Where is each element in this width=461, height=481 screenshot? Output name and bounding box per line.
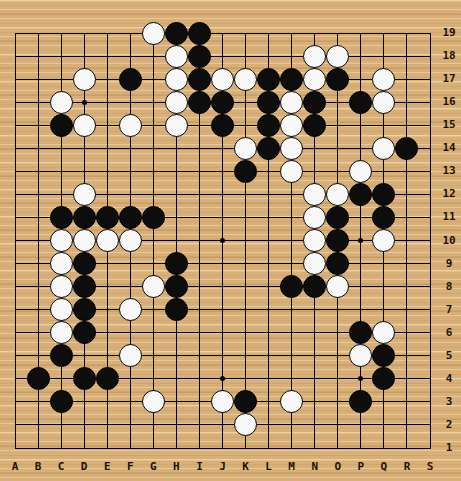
column-label-F: F: [120, 460, 140, 473]
stone-white-H17[interactable]: [165, 68, 188, 91]
column-label-O: O: [328, 460, 348, 473]
stone-white-H15[interactable]: [165, 114, 188, 137]
star-point-J10: [220, 238, 225, 243]
stone-black-L14[interactable]: [257, 137, 280, 160]
stone-black-E4[interactable]: [96, 367, 119, 390]
stone-white-Q6[interactable]: [372, 321, 395, 344]
stone-white-D15[interactable]: [73, 114, 96, 137]
stone-white-H18[interactable]: [165, 45, 188, 68]
stone-black-P16[interactable]: [349, 91, 372, 114]
stone-black-Q11[interactable]: [372, 206, 395, 229]
stone-black-O17[interactable]: [326, 68, 349, 91]
star-point-P10: [358, 238, 363, 243]
stone-white-Q16[interactable]: [372, 91, 395, 114]
stone-black-P6[interactable]: [349, 321, 372, 344]
row-label-4: 4: [436, 372, 461, 385]
stone-white-H16[interactable]: [165, 91, 188, 114]
stone-white-N12[interactable]: [303, 183, 326, 206]
column-label-K: K: [236, 460, 256, 473]
stone-black-N15[interactable]: [303, 114, 326, 137]
stone-white-M3[interactable]: [280, 390, 303, 413]
stone-black-N16[interactable]: [303, 91, 326, 114]
stone-white-K14[interactable]: [234, 137, 257, 160]
stone-white-C16[interactable]: [50, 91, 73, 114]
stone-white-M14[interactable]: [280, 137, 303, 160]
stone-white-J3[interactable]: [211, 390, 234, 413]
row-label-11: 11: [436, 210, 461, 223]
stone-white-Q10[interactable]: [372, 229, 395, 252]
stone-white-K17[interactable]: [234, 68, 257, 91]
stone-black-Q5[interactable]: [372, 344, 395, 367]
stone-white-O18[interactable]: [326, 45, 349, 68]
column-label-H: H: [166, 460, 186, 473]
column-label-A: A: [5, 460, 25, 473]
column-label-M: M: [282, 460, 302, 473]
stone-white-D12[interactable]: [73, 183, 96, 206]
stone-white-F5[interactable]: [119, 344, 142, 367]
star-point-D16: [82, 100, 87, 105]
grid-line-horizontal: [15, 448, 431, 449]
stone-white-D10[interactable]: [73, 229, 96, 252]
grid-line-horizontal: [15, 424, 431, 425]
stone-black-M17[interactable]: [280, 68, 303, 91]
stone-white-M16[interactable]: [280, 91, 303, 114]
stone-black-I18[interactable]: [188, 45, 211, 68]
stone-black-H7[interactable]: [165, 298, 188, 321]
column-label-Q: Q: [374, 460, 394, 473]
stone-black-D8[interactable]: [73, 275, 96, 298]
row-label-19: 19: [436, 26, 461, 39]
stone-black-R14[interactable]: [395, 137, 418, 160]
stone-black-B4[interactable]: [27, 367, 50, 390]
stone-black-D4[interactable]: [73, 367, 96, 390]
row-label-1: 1: [436, 441, 461, 454]
stone-white-Q14[interactable]: [372, 137, 395, 160]
stone-black-Q4[interactable]: [372, 367, 395, 390]
stone-black-K3[interactable]: [234, 390, 257, 413]
stone-black-P12[interactable]: [349, 183, 372, 206]
row-label-9: 9: [436, 257, 461, 270]
column-label-S: S: [420, 460, 440, 473]
column-label-G: G: [143, 460, 163, 473]
stone-black-L16[interactable]: [257, 91, 280, 114]
row-label-12: 12: [436, 187, 461, 200]
stone-white-N9[interactable]: [303, 252, 326, 275]
stone-white-F15[interactable]: [119, 114, 142, 137]
stone-black-F17[interactable]: [119, 68, 142, 91]
column-label-L: L: [259, 460, 279, 473]
stone-black-F11[interactable]: [119, 206, 142, 229]
row-label-18: 18: [436, 49, 461, 62]
star-point-P4: [358, 376, 363, 381]
stone-white-F7[interactable]: [119, 298, 142, 321]
stone-black-I16[interactable]: [188, 91, 211, 114]
stone-white-N11[interactable]: [303, 206, 326, 229]
stone-white-F10[interactable]: [119, 229, 142, 252]
stone-white-C7[interactable]: [50, 298, 73, 321]
grid-line-vertical: [406, 33, 407, 449]
stone-white-P5[interactable]: [349, 344, 372, 367]
row-label-15: 15: [436, 118, 461, 131]
stone-black-D11[interactable]: [73, 206, 96, 229]
grid-line-vertical: [430, 33, 431, 449]
stone-black-H8[interactable]: [165, 275, 188, 298]
row-label-3: 3: [436, 395, 461, 408]
row-label-5: 5: [436, 349, 461, 362]
column-label-I: I: [189, 460, 209, 473]
stone-white-E10[interactable]: [96, 229, 119, 252]
stone-white-N10[interactable]: [303, 229, 326, 252]
stone-black-C11[interactable]: [50, 206, 73, 229]
stone-white-M15[interactable]: [280, 114, 303, 137]
stone-white-C9[interactable]: [50, 252, 73, 275]
stone-white-Q17[interactable]: [372, 68, 395, 91]
row-label-8: 8: [436, 280, 461, 293]
stone-black-I17[interactable]: [188, 68, 211, 91]
column-label-C: C: [51, 460, 71, 473]
stone-black-Q12[interactable]: [372, 183, 395, 206]
column-label-D: D: [74, 460, 94, 473]
stone-white-G3[interactable]: [142, 390, 165, 413]
stone-black-L15[interactable]: [257, 114, 280, 137]
stone-black-D6[interactable]: [73, 321, 96, 344]
stone-black-H19[interactable]: [165, 22, 188, 45]
row-label-17: 17: [436, 72, 461, 85]
stone-black-I19[interactable]: [188, 22, 211, 45]
stone-white-M13[interactable]: [280, 160, 303, 183]
stone-white-C10[interactable]: [50, 229, 73, 252]
stone-black-D7[interactable]: [73, 298, 96, 321]
stone-black-C5[interactable]: [50, 344, 73, 367]
row-label-7: 7: [436, 303, 461, 316]
stone-black-L17[interactable]: [257, 68, 280, 91]
column-label-E: E: [97, 460, 117, 473]
column-label-J: J: [213, 460, 233, 473]
stone-black-E11[interactable]: [96, 206, 119, 229]
stone-black-J15[interactable]: [211, 114, 234, 137]
stone-black-O9[interactable]: [326, 252, 349, 275]
row-label-14: 14: [436, 141, 461, 154]
stone-black-G11[interactable]: [142, 206, 165, 229]
stone-white-J17[interactable]: [211, 68, 234, 91]
row-label-6: 6: [436, 326, 461, 339]
column-label-P: P: [351, 460, 371, 473]
stone-black-N8[interactable]: [303, 275, 326, 298]
stone-white-G8[interactable]: [142, 275, 165, 298]
stone-white-C8[interactable]: [50, 275, 73, 298]
stone-black-H9[interactable]: [165, 252, 188, 275]
stone-white-O12[interactable]: [326, 183, 349, 206]
stone-white-C6[interactable]: [50, 321, 73, 344]
stone-black-C15[interactable]: [50, 114, 73, 137]
grid-line-vertical: [245, 33, 246, 449]
go-board-screenshot: ABCDEFGHIJKLMNOPQRS191817161514131211109…: [0, 0, 461, 481]
stone-white-P13[interactable]: [349, 160, 372, 183]
stone-white-N18[interactable]: [303, 45, 326, 68]
star-point-J4: [220, 376, 225, 381]
stone-black-M8[interactable]: [280, 275, 303, 298]
stone-black-J16[interactable]: [211, 91, 234, 114]
stone-black-O10[interactable]: [326, 229, 349, 252]
column-label-N: N: [305, 460, 325, 473]
stone-black-P3[interactable]: [349, 390, 372, 413]
stone-white-G19[interactable]: [142, 22, 165, 45]
row-label-2: 2: [436, 418, 461, 431]
stone-white-O8[interactable]: [326, 275, 349, 298]
stone-white-D17[interactable]: [73, 68, 96, 91]
row-label-16: 16: [436, 95, 461, 108]
column-label-R: R: [397, 460, 417, 473]
stone-black-C3[interactable]: [50, 390, 73, 413]
row-label-13: 13: [436, 164, 461, 177]
stone-white-K2[interactable]: [234, 413, 257, 436]
stone-black-D9[interactable]: [73, 252, 96, 275]
stone-white-N17[interactable]: [303, 68, 326, 91]
row-label-10: 10: [436, 234, 461, 247]
column-label-B: B: [28, 460, 48, 473]
stone-black-K13[interactable]: [234, 160, 257, 183]
stone-black-O11[interactable]: [326, 206, 349, 229]
